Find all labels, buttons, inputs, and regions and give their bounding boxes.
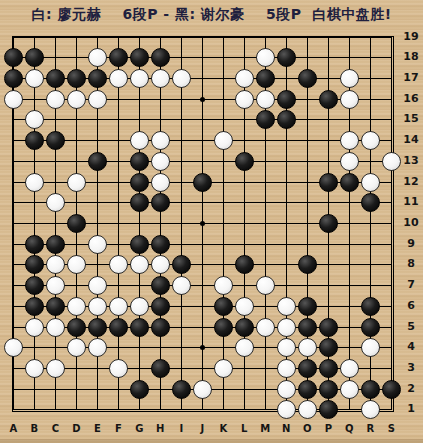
white-stone[interactable] <box>88 90 107 109</box>
black-stone[interactable] <box>109 48 128 67</box>
white-stone[interactable] <box>235 297 254 316</box>
row-coordinate-label: 3 <box>400 361 422 374</box>
white-stone[interactable] <box>340 359 359 378</box>
white-stone[interactable] <box>277 318 296 337</box>
black-stone[interactable] <box>67 69 86 88</box>
black-stone[interactable] <box>214 297 233 316</box>
board-edge-shade <box>0 439 423 443</box>
black-stone[interactable] <box>298 318 317 337</box>
white-stone[interactable] <box>25 359 44 378</box>
black-stone[interactable] <box>25 131 44 150</box>
black-stone[interactable] <box>361 297 380 316</box>
white-stone[interactable] <box>340 131 359 150</box>
column-coordinate-label: E <box>89 423 105 434</box>
white-stone[interactable] <box>298 400 317 419</box>
black-stone[interactable] <box>130 173 149 192</box>
black-stone[interactable] <box>151 276 170 295</box>
game-info-header: 白: 廖元赫 6段P - 黑: 谢尔豪 5段P 白棋中盘胜! <box>0 3 423 25</box>
white-stone[interactable] <box>109 359 128 378</box>
black-stone[interactable] <box>319 400 338 419</box>
row-coordinate-label: 16 <box>400 92 422 105</box>
black-stone[interactable] <box>46 69 65 88</box>
white-stone[interactable] <box>46 318 65 337</box>
white-stone[interactable] <box>340 152 359 171</box>
black-stone[interactable] <box>88 318 107 337</box>
column-coordinate-label: M <box>257 423 273 434</box>
white-stone[interactable] <box>340 380 359 399</box>
column-coordinate-label: C <box>47 423 63 434</box>
white-stone[interactable] <box>130 69 149 88</box>
black-stone[interactable] <box>25 48 44 67</box>
black-stone[interactable] <box>256 69 275 88</box>
black-stone[interactable] <box>130 48 149 67</box>
black-stone[interactable] <box>277 90 296 109</box>
white-stone[interactable] <box>88 48 107 67</box>
black-stone[interactable] <box>340 173 359 192</box>
black-stone[interactable] <box>88 152 107 171</box>
white-stone[interactable] <box>361 400 380 419</box>
black-stone[interactable] <box>25 297 44 316</box>
white-stone[interactable] <box>277 380 296 399</box>
row-coordinate-label: 4 <box>400 340 422 353</box>
white-stone[interactable] <box>214 131 233 150</box>
white-stone[interactable] <box>256 318 275 337</box>
white-stone[interactable] <box>151 69 170 88</box>
white-stone[interactable] <box>130 131 149 150</box>
white-stone[interactable] <box>151 152 170 171</box>
black-stone[interactable] <box>298 69 317 88</box>
black-stone[interactable] <box>235 152 254 171</box>
white-stone[interactable] <box>361 338 380 357</box>
white-stone[interactable] <box>46 359 65 378</box>
column-coordinate-label: H <box>152 423 168 434</box>
column-coordinate-label: N <box>278 423 294 434</box>
black-stone[interactable] <box>151 359 170 378</box>
black-stone[interactable] <box>151 48 170 67</box>
row-coordinate-label: 15 <box>400 112 422 125</box>
black-stone[interactable] <box>172 380 191 399</box>
column-coordinate-label: P <box>320 423 336 434</box>
row-coordinate-label: 18 <box>400 50 422 63</box>
white-stone[interactable] <box>340 69 359 88</box>
white-stone[interactable] <box>235 90 254 109</box>
white-stone[interactable] <box>67 90 86 109</box>
white-stone[interactable] <box>25 318 44 337</box>
grid-vertical-line <box>223 37 224 410</box>
row-coordinate-label: 2 <box>400 382 422 395</box>
black-stone[interactable] <box>319 359 338 378</box>
white-stone[interactable] <box>151 131 170 150</box>
black-stone[interactable] <box>4 48 23 67</box>
black-stone[interactable] <box>151 318 170 337</box>
column-coordinate-label: F <box>110 423 126 434</box>
black-stone[interactable] <box>319 338 338 357</box>
black-stone[interactable] <box>46 235 65 254</box>
column-coordinate-label: R <box>362 423 378 434</box>
black-stone[interactable] <box>298 359 317 378</box>
white-stone[interactable] <box>88 235 107 254</box>
black-stone[interactable] <box>382 380 401 399</box>
white-stone[interactable] <box>172 276 191 295</box>
black-stone[interactable] <box>109 318 128 337</box>
black-stone[interactable] <box>277 48 296 67</box>
black-stone[interactable] <box>319 380 338 399</box>
white-stone[interactable] <box>109 69 128 88</box>
black-stone[interactable] <box>46 297 65 316</box>
column-coordinate-label: O <box>299 423 315 434</box>
star-point <box>200 221 205 226</box>
row-coordinate-label: 17 <box>400 71 422 84</box>
black-stone[interactable] <box>361 380 380 399</box>
black-stone[interactable] <box>130 152 149 171</box>
white-stone[interactable] <box>88 297 107 316</box>
white-stone[interactable] <box>46 193 65 212</box>
white-stone[interactable] <box>235 338 254 357</box>
go-game-viewer: 白: 廖元赫 6段P - 黑: 谢尔豪 5段P 白棋中盘胜! ABCDEFGHI… <box>0 0 423 443</box>
white-stone[interactable] <box>25 69 44 88</box>
white-stone[interactable] <box>88 276 107 295</box>
black-stone[interactable] <box>151 297 170 316</box>
column-coordinate-label: K <box>215 423 231 434</box>
white-stone[interactable] <box>130 297 149 316</box>
grid-vertical-line <box>391 37 392 410</box>
row-coordinate-label: 8 <box>400 257 422 270</box>
white-stone[interactable] <box>4 90 23 109</box>
column-coordinate-label: I <box>173 423 189 434</box>
black-stone[interactable] <box>67 214 86 233</box>
white-stone[interactable] <box>67 173 86 192</box>
black-stone[interactable] <box>361 318 380 337</box>
white-stone[interactable] <box>151 173 170 192</box>
white-stone[interactable] <box>4 338 23 357</box>
white-stone[interactable] <box>25 173 44 192</box>
column-coordinate-label: G <box>131 423 147 434</box>
row-coordinate-label: 13 <box>400 154 422 167</box>
white-stone[interactable] <box>67 338 86 357</box>
white-stone[interactable] <box>382 152 401 171</box>
white-stone[interactable] <box>235 69 254 88</box>
white-stone[interactable] <box>256 90 275 109</box>
row-coordinate-label: 5 <box>400 320 422 333</box>
white-stone[interactable] <box>256 48 275 67</box>
white-stone[interactable] <box>277 400 296 419</box>
black-stone[interactable] <box>46 131 65 150</box>
white-stone[interactable] <box>256 276 275 295</box>
white-stone[interactable] <box>340 90 359 109</box>
row-coordinate-label: 12 <box>400 175 422 188</box>
black-stone[interactable] <box>235 318 254 337</box>
row-coordinate-label: 6 <box>400 299 422 312</box>
row-coordinate-label: 7 <box>400 278 422 291</box>
white-stone[interactable] <box>193 380 212 399</box>
star-point <box>200 97 205 102</box>
black-stone[interactable] <box>67 318 86 337</box>
white-stone[interactable] <box>277 297 296 316</box>
column-coordinate-label: J <box>194 423 210 434</box>
row-coordinate-label: 11 <box>400 195 422 208</box>
white-stone[interactable] <box>277 359 296 378</box>
black-stone[interactable] <box>130 193 149 212</box>
black-stone[interactable] <box>361 193 380 212</box>
black-stone[interactable] <box>88 69 107 88</box>
row-coordinate-label: 1 <box>400 402 422 415</box>
black-stone[interactable] <box>130 318 149 337</box>
grid-horizontal-line <box>13 285 391 286</box>
white-stone[interactable] <box>214 276 233 295</box>
column-coordinate-label: B <box>26 423 42 434</box>
column-coordinate-label: S <box>383 423 399 434</box>
column-coordinate-label: L <box>236 423 252 434</box>
row-coordinate-label: 10 <box>400 216 422 229</box>
black-stone[interactable] <box>193 173 212 192</box>
white-stone[interactable] <box>46 276 65 295</box>
black-stone[interactable] <box>298 297 317 316</box>
grid-horizontal-line <box>13 244 391 245</box>
white-stone[interactable] <box>172 69 191 88</box>
black-stone[interactable] <box>151 193 170 212</box>
white-stone[interactable] <box>361 131 380 150</box>
column-coordinate-label: Q <box>341 423 357 434</box>
black-stone[interactable] <box>319 173 338 192</box>
black-stone[interactable] <box>151 235 170 254</box>
black-stone[interactable] <box>130 380 149 399</box>
black-stone[interactable] <box>214 318 233 337</box>
white-stone[interactable] <box>67 297 86 316</box>
black-stone[interactable] <box>130 235 149 254</box>
column-coordinate-label: D <box>68 423 84 434</box>
black-stone[interactable] <box>319 90 338 109</box>
white-stone[interactable] <box>277 338 296 357</box>
white-stone[interactable] <box>361 173 380 192</box>
white-stone[interactable] <box>109 297 128 316</box>
row-coordinate-label: 19 <box>400 30 422 43</box>
white-stone[interactable] <box>298 338 317 357</box>
white-stone[interactable] <box>214 359 233 378</box>
white-stone[interactable] <box>46 90 65 109</box>
column-coordinate-label: A <box>5 423 21 434</box>
row-coordinate-label: 14 <box>400 133 422 146</box>
white-stone[interactable] <box>88 338 107 357</box>
black-stone[interactable] <box>298 380 317 399</box>
black-stone[interactable] <box>4 69 23 88</box>
black-stone[interactable] <box>25 235 44 254</box>
black-stone[interactable] <box>319 214 338 233</box>
black-stone[interactable] <box>25 276 44 295</box>
black-stone[interactable] <box>319 318 338 337</box>
row-coordinate-label: 9 <box>400 237 422 250</box>
